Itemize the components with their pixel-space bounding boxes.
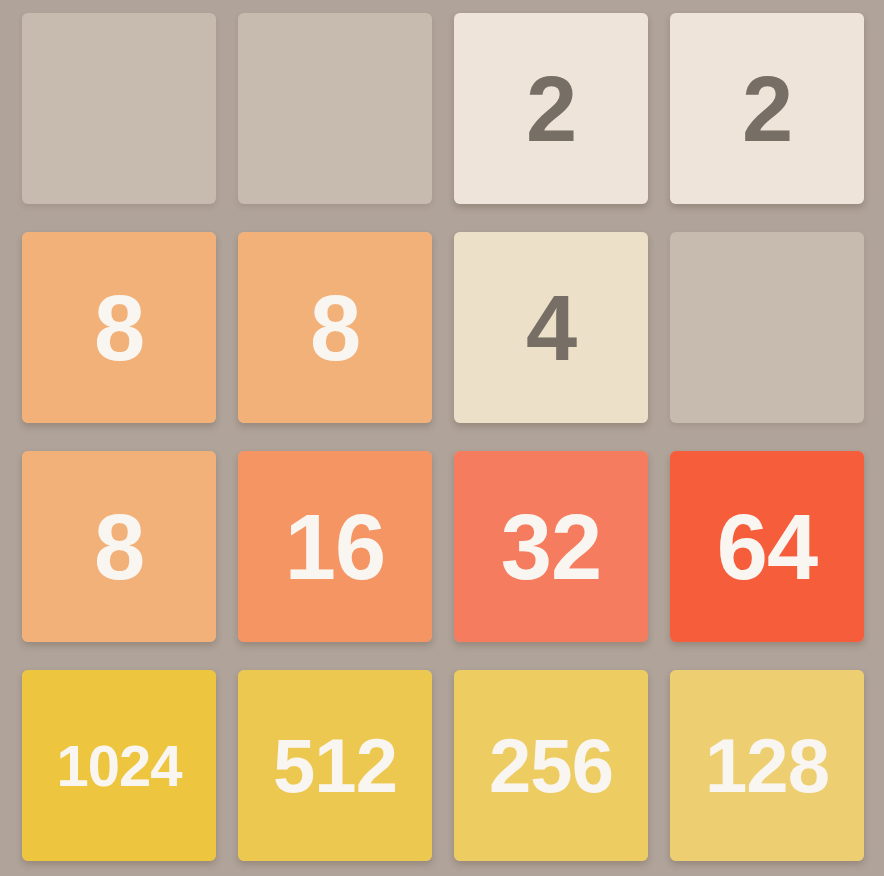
- tile-1024: 1024: [22, 670, 216, 861]
- board-cell: 8: [22, 232, 216, 423]
- board-cell: 16: [238, 451, 432, 642]
- board-cell: 128: [670, 670, 864, 861]
- board-cell: 8: [238, 232, 432, 423]
- board-cell: [22, 13, 216, 204]
- board-cell: 256: [454, 670, 648, 861]
- tile-16: 16: [238, 451, 432, 642]
- board-cell: 2: [670, 13, 864, 204]
- tile-8: 8: [238, 232, 432, 423]
- board-cell: 4: [454, 232, 648, 423]
- board-cell: 8: [22, 451, 216, 642]
- board-cell: 2: [454, 13, 648, 204]
- board-cell: 64: [670, 451, 864, 642]
- tile-8: 8: [22, 451, 216, 642]
- tile-32: 32: [454, 451, 648, 642]
- tile-64: 64: [670, 451, 864, 642]
- tile-2: 2: [670, 13, 864, 204]
- board-cell: [670, 232, 864, 423]
- tile-4: 4: [454, 232, 648, 423]
- tile-2: 2: [454, 13, 648, 204]
- tile-128: 128: [670, 670, 864, 861]
- board-cell: 1024: [22, 670, 216, 861]
- tile-256: 256: [454, 670, 648, 861]
- board-cell: [238, 13, 432, 204]
- tile-8: 8: [22, 232, 216, 423]
- tile-512: 512: [238, 670, 432, 861]
- board-cell: 512: [238, 670, 432, 861]
- board[interactable]: 2288481632641024512256128: [0, 0, 884, 876]
- board-cell: 32: [454, 451, 648, 642]
